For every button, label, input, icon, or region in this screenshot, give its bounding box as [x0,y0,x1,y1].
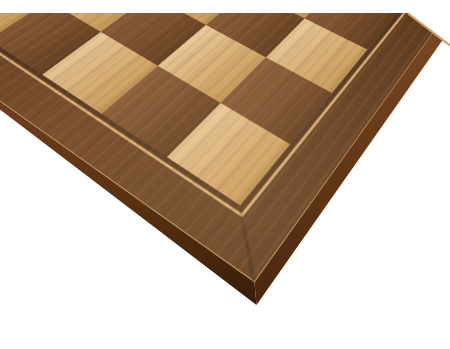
chessboard-product-photo [0,0,450,349]
frame-miter-joint [238,204,255,280]
chessboard [0,0,450,281]
board-grid [0,0,450,205]
chessboard-perspective-wrap [0,0,450,349]
